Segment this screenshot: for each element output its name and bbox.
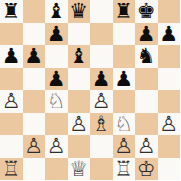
square-c8[interactable]: ♝	[45, 0, 68, 23]
square-b7[interactable]	[23, 23, 46, 46]
square-d2[interactable]	[68, 135, 91, 158]
square-f7[interactable]	[113, 23, 136, 46]
piece-white-pawn[interactable]: ♙	[24, 135, 43, 157]
square-c5[interactable]: ♟	[45, 68, 68, 91]
square-a7[interactable]	[0, 23, 23, 46]
piece-black-knight[interactable]: ♞	[137, 45, 156, 67]
square-h7[interactable]: ♟	[158, 23, 181, 46]
square-g4[interactable]	[135, 90, 158, 113]
square-e4[interactable]: ♙	[90, 90, 113, 113]
square-g6[interactable]: ♞	[135, 45, 158, 68]
square-c1[interactable]	[45, 158, 68, 181]
square-d7[interactable]	[68, 23, 91, 46]
piece-black-pawn[interactable]: ♟	[24, 45, 43, 67]
piece-white-pawn[interactable]: ♙	[159, 113, 178, 135]
square-e1[interactable]	[90, 158, 113, 181]
square-a2[interactable]	[0, 135, 23, 158]
piece-white-queen[interactable]: ♕	[69, 158, 88, 180]
square-h5[interactable]	[158, 68, 181, 91]
square-c6[interactable]	[45, 45, 68, 68]
piece-white-pawn[interactable]: ♙	[2, 90, 21, 112]
piece-white-bishop[interactable]: ♗	[92, 113, 111, 135]
square-b2[interactable]: ♙	[23, 135, 46, 158]
square-f1[interactable]: ♖	[113, 158, 136, 181]
square-e6[interactable]	[90, 45, 113, 68]
piece-white-pawn[interactable]: ♙	[114, 135, 133, 157]
piece-black-rook[interactable]: ♜	[114, 0, 133, 22]
square-e5[interactable]: ♟	[90, 68, 113, 91]
piece-white-king[interactable]: ♔	[137, 158, 156, 180]
square-f2[interactable]: ♙	[113, 135, 136, 158]
piece-black-rook[interactable]: ♜	[2, 0, 21, 22]
square-h8[interactable]	[158, 0, 181, 23]
square-g2[interactable]: ♙	[135, 135, 158, 158]
square-a5[interactable]	[0, 68, 23, 91]
square-c2[interactable]: ♙	[45, 135, 68, 158]
square-e8[interactable]	[90, 0, 113, 23]
square-a1[interactable]: ♖	[0, 158, 23, 181]
piece-black-pawn[interactable]: ♟	[47, 23, 66, 45]
square-f6[interactable]	[113, 45, 136, 68]
chess-board-container: ♜♝♛♜♚♟♟♟♟♟♝♞♟♟♟♙♘♙♙♗♘♙♙♙♙♙♖♕♖♔	[0, 0, 180, 180]
square-d3[interactable]: ♙	[68, 113, 91, 136]
square-b6[interactable]: ♟	[23, 45, 46, 68]
square-c3[interactable]	[45, 113, 68, 136]
square-h6[interactable]	[158, 45, 181, 68]
square-g1[interactable]: ♔	[135, 158, 158, 181]
square-h4[interactable]	[158, 90, 181, 113]
piece-white-knight[interactable]: ♘	[47, 90, 66, 112]
square-c7[interactable]: ♟	[45, 23, 68, 46]
square-g8[interactable]: ♚	[135, 0, 158, 23]
square-f5[interactable]: ♟	[113, 68, 136, 91]
piece-black-pawn[interactable]: ♟	[114, 68, 133, 90]
square-b8[interactable]	[23, 0, 46, 23]
square-b1[interactable]	[23, 158, 46, 181]
piece-black-pawn[interactable]: ♟	[47, 68, 66, 90]
chess-board: ♜♝♛♜♚♟♟♟♟♟♝♞♟♟♟♙♘♙♙♗♘♙♙♙♙♙♖♕♖♔	[0, 0, 180, 180]
piece-black-queen[interactable]: ♛	[69, 0, 88, 22]
square-d8[interactable]: ♛	[68, 0, 91, 23]
piece-white-pawn[interactable]: ♙	[47, 135, 66, 157]
square-a6[interactable]: ♟	[0, 45, 23, 68]
square-f8[interactable]: ♜	[113, 0, 136, 23]
square-h3[interactable]: ♙	[158, 113, 181, 136]
square-a3[interactable]	[0, 113, 23, 136]
square-b5[interactable]	[23, 68, 46, 91]
square-f4[interactable]	[113, 90, 136, 113]
square-f3[interactable]: ♘	[113, 113, 136, 136]
square-c4[interactable]: ♘	[45, 90, 68, 113]
square-h2[interactable]	[158, 135, 181, 158]
piece-white-pawn[interactable]: ♙	[69, 113, 88, 135]
square-a4[interactable]: ♙	[0, 90, 23, 113]
piece-black-pawn[interactable]: ♟	[92, 68, 111, 90]
square-d4[interactable]	[68, 90, 91, 113]
square-e2[interactable]	[90, 135, 113, 158]
square-g3[interactable]	[135, 113, 158, 136]
piece-black-pawn[interactable]: ♟	[159, 23, 178, 45]
square-d1[interactable]: ♕	[68, 158, 91, 181]
piece-white-pawn[interactable]: ♙	[92, 90, 111, 112]
piece-black-pawn[interactable]: ♟	[2, 45, 21, 67]
piece-black-pawn[interactable]: ♟	[137, 23, 156, 45]
piece-black-king[interactable]: ♚	[137, 0, 156, 22]
square-b4[interactable]	[23, 90, 46, 113]
piece-white-rook[interactable]: ♖	[2, 158, 21, 180]
square-g5[interactable]	[135, 68, 158, 91]
piece-black-bishop[interactable]: ♝	[47, 0, 66, 22]
piece-black-bishop[interactable]: ♝	[69, 45, 88, 67]
square-b3[interactable]	[23, 113, 46, 136]
square-d5[interactable]	[68, 68, 91, 91]
square-e7[interactable]	[90, 23, 113, 46]
square-a8[interactable]: ♜	[0, 0, 23, 23]
piece-white-rook[interactable]: ♖	[114, 158, 133, 180]
square-e3[interactable]: ♗	[90, 113, 113, 136]
square-h1[interactable]	[158, 158, 181, 181]
piece-white-pawn[interactable]: ♙	[137, 135, 156, 157]
piece-white-knight[interactable]: ♘	[114, 113, 133, 135]
square-d6[interactable]: ♝	[68, 45, 91, 68]
square-g7[interactable]: ♟	[135, 23, 158, 46]
